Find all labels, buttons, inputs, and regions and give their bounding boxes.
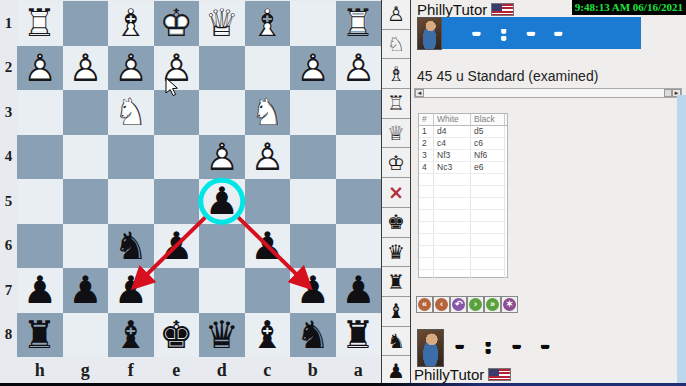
square-h5[interactable] [17, 179, 63, 224]
square-b6[interactable] [290, 224, 336, 269]
move-row[interactable]: 1d4d5 [419, 126, 507, 138]
jump-to-start-icon: « [418, 298, 431, 311]
bottom-player-avatar [417, 329, 444, 367]
move-row[interactable] [419, 186, 507, 198]
square-e2[interactable]: ♟♙ [154, 46, 200, 91]
palette-delete-piece[interactable]: × [382, 178, 410, 208]
square-f2[interactable]: ♟♙ [108, 46, 154, 91]
bottom-player-name: PhillyTutor [414, 366, 484, 383]
square-b5[interactable] [290, 179, 336, 224]
rank-label-3: 3 [0, 90, 17, 135]
square-f7[interactable]: ♟ [108, 268, 154, 313]
move-row[interactable] [419, 174, 507, 186]
square-e6[interactable]: ♟ [154, 224, 200, 269]
square-h1[interactable]: ♜♖ [17, 1, 63, 46]
file-label-e: e [154, 357, 200, 383]
square-g4[interactable] [63, 135, 109, 180]
bottom-player-clock: - : - - [453, 333, 553, 358]
top-player-clock-box: - : - - [442, 17, 641, 49]
rank-label-4: 4 [0, 135, 17, 180]
piece-bP-g7: ♟ [63, 268, 109, 313]
takeback-icon: ↶ [452, 298, 465, 311]
file-label-c: c [245, 357, 291, 383]
clock-timestamp: 9:48:13 AM 06/16/2021 [572, 0, 686, 15]
rank-label-8: 8 [0, 313, 17, 358]
palette-black-bishop[interactable]: ♝ [382, 297, 410, 327]
square-d8[interactable]: ♛ [199, 313, 245, 358]
square-h4[interactable] [17, 135, 63, 180]
file-label-g: g [63, 357, 109, 383]
square-d1[interactable]: ♛♕ [199, 1, 245, 46]
palette-black-rook[interactable]: ♜ [382, 267, 410, 297]
move-list-header: #WhiteBlack [419, 114, 507, 126]
square-e8[interactable]: ♚ [154, 313, 200, 358]
piece-wB-c1: ♝♗ [245, 1, 291, 46]
square-b8[interactable]: ♞ [290, 313, 336, 358]
square-f6[interactable]: ♞ [108, 224, 154, 269]
takeback-button[interactable]: ↶ [450, 296, 467, 313]
piece-wQ-d1: ♛♕ [199, 1, 245, 46]
square-f1[interactable]: ♝♗ [108, 1, 154, 46]
palette-white-king[interactable]: ♔ [382, 148, 410, 178]
piece-bR-a8: ♜ [336, 313, 382, 358]
rank-label-7: 7 [0, 268, 17, 313]
piece-wP-h2: ♟♙ [17, 46, 63, 91]
piece-bK-e8: ♚ [154, 313, 200, 358]
palette-white-queen[interactable]: ♕ [382, 119, 410, 149]
square-c3[interactable]: ♞♘ [245, 90, 291, 135]
scrollbar-track[interactable] [424, 89, 664, 97]
piece-bP-a7: ♟ [336, 268, 382, 313]
palette-white-rook[interactable]: ♖ [382, 89, 410, 119]
square-g3[interactable] [63, 90, 109, 135]
horizontal-scrollbar[interactable]: ◄ ► [414, 88, 682, 98]
move-row[interactable]: 4Nc3e6 [419, 162, 507, 174]
piece-bR-h8: ♜ [17, 313, 63, 358]
square-a2[interactable]: ♟♙ [336, 46, 382, 91]
file-label-h: h [17, 357, 63, 383]
square-g7[interactable]: ♟ [63, 268, 109, 313]
move-header-Black: Black [471, 114, 505, 125]
square-c5[interactable] [245, 179, 291, 224]
square-c2[interactable] [245, 46, 291, 91]
square-g2[interactable]: ♟♙ [63, 46, 109, 91]
move-row[interactable] [419, 222, 507, 234]
palette-white-knight[interactable]: ♘ [382, 30, 410, 60]
square-g1[interactable] [63, 1, 109, 46]
piece-bB-f8: ♝ [108, 313, 154, 358]
move-row[interactable] [419, 210, 507, 222]
piece-bP-h7: ♟ [17, 268, 63, 313]
square-d7[interactable] [199, 268, 245, 313]
piece-wR-a1: ♜♖ [336, 1, 382, 46]
square-f3[interactable]: ♞♘ [108, 90, 154, 135]
square-c4[interactable]: ♟♙ [245, 135, 291, 180]
palette-black-pawn[interactable]: ♟ [382, 356, 410, 386]
piece-wR-h1: ♜♖ [17, 1, 63, 46]
square-a4[interactable] [336, 135, 382, 180]
piece-wP-e2: ♟♙ [154, 46, 200, 91]
piece-palette: ♙♘♗♖♕♔×♚♛♜♝♞♟ [381, 0, 411, 386]
piece-bN-b8: ♞ [290, 313, 336, 358]
file-label-f: f [108, 357, 154, 383]
bottom-player-row: PhillyTutor [414, 366, 511, 383]
square-e4[interactable] [154, 135, 200, 180]
top-player-row: PhillyTutor [417, 1, 514, 18]
jump-to-end-icon: » [486, 298, 499, 311]
scroll-left-button[interactable]: ◄ [415, 89, 424, 97]
piece-wB-f1: ♝♗ [108, 1, 154, 46]
square-d5[interactable]: ♟ [199, 179, 245, 224]
square-f4[interactable] [108, 135, 154, 180]
square-c8[interactable]: ♝ [245, 313, 291, 358]
square-a5[interactable] [336, 179, 382, 224]
square-d2[interactable] [199, 46, 245, 91]
square-c1[interactable]: ♝♗ [245, 1, 291, 46]
square-e5[interactable] [154, 179, 200, 224]
board-grid: ♜♖♝♗♚♔♛♕♝♗♜♖♟♙♟♙♟♙♟♙♟♙♟♙♞♘♞♘♟♙♟♙♟♞♟♟♟♟♟♟… [17, 1, 381, 357]
square-g8[interactable] [63, 313, 109, 358]
move-list-table[interactable]: #WhiteBlack 1d4d52c4c63Nf3Nf64Nc3e6 [418, 113, 508, 278]
piece-wP-c4: ♟♙ [245, 135, 291, 180]
square-h8[interactable]: ♜ [17, 313, 63, 358]
top-player-name: PhillyTutor [417, 1, 487, 18]
square-h7[interactable]: ♟ [17, 268, 63, 313]
square-e1[interactable]: ♚♔ [154, 1, 200, 46]
palette-black-knight[interactable]: ♞ [382, 327, 410, 357]
square-e7[interactable] [154, 268, 200, 313]
piece-bN-f6: ♞ [108, 224, 154, 269]
game-info-line: 45 45 u Standard (examined) [417, 68, 598, 84]
us-flag-icon [488, 368, 511, 381]
step-back-icon: ‹ [435, 298, 448, 311]
move-row[interactable] [419, 246, 507, 258]
square-g5[interactable] [63, 179, 109, 224]
palette-white-bishop[interactable]: ♗ [382, 59, 410, 89]
square-b3[interactable] [290, 90, 336, 135]
rank-label-5: 5 [0, 179, 17, 224]
square-f8[interactable]: ♝ [108, 313, 154, 358]
piece-wN-f3: ♞♘ [108, 90, 154, 135]
square-h3[interactable] [17, 90, 63, 135]
file-labels: hgfedcba [17, 357, 381, 383]
piece-bP-f7: ♟ [108, 268, 154, 313]
top-player-clock: - : - - [442, 21, 566, 45]
move-row[interactable]: 2c4c6 [419, 138, 507, 150]
square-h6[interactable] [17, 224, 63, 269]
file-label-d: d [199, 357, 245, 383]
square-e3[interactable] [154, 90, 200, 135]
square-f5[interactable] [108, 179, 154, 224]
step-back-button[interactable]: ‹ [433, 296, 450, 313]
piece-bP-c6: ♟ [245, 224, 291, 269]
file-label-b: b [290, 357, 336, 383]
palette-black-queen[interactable]: ♛ [382, 238, 410, 268]
special-tool-icon: ✶ [503, 298, 516, 311]
game-panel: 9:48:13 AM 06/16/2021 PhillyTutor - : - … [411, 0, 686, 386]
jump-to-end-button[interactable]: » [484, 296, 501, 313]
chess-client-window: 12345678 ♜♖♝♗♚♔♛♕♝♗♜♖♟♙♟♙♟♙♟♙♟♙♟♙♞♘♞♘♟♙♟… [0, 0, 686, 386]
square-a7[interactable]: ♟ [336, 268, 382, 313]
piece-wN-c3: ♞♘ [245, 90, 291, 135]
piece-bP-b7: ♟ [290, 268, 336, 313]
square-b2[interactable]: ♟♙ [290, 46, 336, 91]
square-b7[interactable]: ♟ [290, 268, 336, 313]
piece-wP-g2: ♟♙ [63, 46, 109, 91]
piece-bP-e6: ♟ [154, 224, 200, 269]
step-forward-button[interactable]: › [467, 296, 484, 313]
move-row[interactable] [419, 270, 507, 282]
chess-board: 12345678 ♜♖♝♗♚♔♛♕♝♗♜♖♟♙♟♙♟♙♟♙♟♙♟♙♞♘♞♘♟♙♟… [0, 0, 381, 383]
top-player-avatar [417, 17, 442, 50]
square-c6[interactable]: ♟ [245, 224, 291, 269]
piece-wP-b2: ♟♙ [290, 46, 336, 91]
jump-to-start-button[interactable]: « [416, 296, 433, 313]
rank-label-1: 1 [0, 1, 17, 46]
rank-label-6: 6 [0, 224, 17, 269]
special-tool-button[interactable]: ✶ [501, 296, 518, 313]
piece-bB-c8: ♝ [245, 313, 291, 358]
us-flag-icon [491, 3, 514, 16]
square-a3[interactable] [336, 90, 382, 135]
square-a1[interactable]: ♜♖ [336, 1, 382, 46]
navigation-buttons: «‹↶›»✶ [416, 296, 518, 313]
piece-wP-f2: ♟♙ [108, 46, 154, 91]
square-b1[interactable] [290, 1, 336, 46]
palette-black-king[interactable]: ♚ [382, 208, 410, 238]
scrollbar-thumb[interactable] [664, 89, 672, 97]
rank-label-2: 2 [0, 46, 17, 91]
piece-bP-d5: ♟ [199, 179, 245, 224]
step-forward-icon: › [469, 298, 482, 311]
file-label-a: a [336, 357, 382, 383]
piece-wP-d4: ♟♙ [199, 135, 245, 180]
palette-white-pawn[interactable]: ♙ [382, 0, 410, 30]
square-a8[interactable]: ♜ [336, 313, 382, 358]
square-d6[interactable] [199, 224, 245, 269]
piece-bQ-d8: ♛ [199, 313, 245, 358]
square-g6[interactable] [63, 224, 109, 269]
square-c7[interactable] [245, 268, 291, 313]
move-row[interactable] [419, 234, 507, 246]
square-h2[interactable]: ♟♙ [17, 46, 63, 91]
move-row[interactable] [419, 258, 507, 270]
window-edge-strip [677, 95, 686, 383]
square-d3[interactable] [199, 90, 245, 135]
move-row[interactable] [419, 198, 507, 210]
move-header-#: # [419, 114, 434, 125]
move-row[interactable]: 3Nf3Nf6 [419, 150, 507, 162]
move-header-White: White [434, 114, 471, 125]
rank-labels: 12345678 [0, 1, 17, 357]
square-b4[interactable] [290, 135, 336, 180]
piece-wP-a2: ♟♙ [336, 46, 382, 91]
square-a6[interactable] [336, 224, 382, 269]
piece-wK-e1: ♚♔ [154, 1, 200, 46]
square-d4[interactable]: ♟♙ [199, 135, 245, 180]
